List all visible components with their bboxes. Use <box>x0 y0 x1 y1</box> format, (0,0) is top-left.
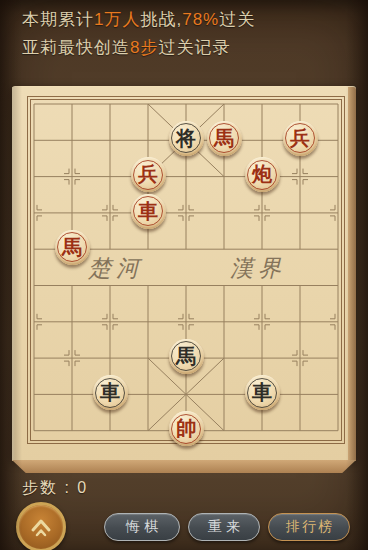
piece-character: 車 <box>245 375 280 409</box>
pieces-grid[interactable]: 将馬兵兵炮車馬馬車車帥 <box>15 86 357 449</box>
steps-value: 0 <box>77 479 88 496</box>
double-chevron-up-icon <box>26 512 56 542</box>
piece-character: 将 <box>169 121 204 155</box>
piece-character: 車 <box>131 194 166 228</box>
banner-text: 过关 <box>219 10 255 29</box>
piece-character: 馬 <box>207 121 242 155</box>
piece-character: 兵 <box>283 121 318 155</box>
action-button-row: 悔棋 重来 排行榜 <box>104 513 350 541</box>
banner-line-1: 本期累计1万人挑战,78%过关 <box>22 6 352 34</box>
piece-red-chariot[interactable]: 車 <box>131 194 166 229</box>
banner-text: 过关记录 <box>158 38 230 57</box>
piece-black-chariot[interactable]: 車 <box>245 375 280 410</box>
banner-highlight-count: 1万人 <box>94 10 140 29</box>
piece-red-soldier[interactable]: 兵 <box>131 157 166 192</box>
piece-black-general[interactable]: 将 <box>169 121 204 156</box>
banner-text: 亚莉最快创造 <box>22 38 130 57</box>
restart-button[interactable]: 重来 <box>188 513 260 541</box>
leaderboard-button[interactable]: 排行榜 <box>268 513 350 541</box>
piece-character: 車 <box>93 375 128 409</box>
challenge-banner: 本期累计1万人挑战,78%过关 亚莉最快创造8步过关记录 <box>22 6 352 62</box>
banner-text: 挑战, <box>140 10 182 29</box>
piece-red-general[interactable]: 帥 <box>169 411 204 446</box>
steps-label: 步数 <box>22 479 58 496</box>
piece-character: 帥 <box>169 411 204 445</box>
undo-button[interactable]: 悔棋 <box>104 513 180 541</box>
banner-highlight-steps: 8步 <box>130 38 158 57</box>
piece-red-soldier[interactable]: 兵 <box>283 121 318 156</box>
piece-black-horse[interactable]: 馬 <box>169 339 204 374</box>
xiangqi-board[interactable]: 楚河 漢界 将馬兵兵炮車馬馬車車帥 <box>12 86 356 461</box>
piece-character: 炮 <box>245 157 280 191</box>
expand-button[interactable] <box>16 502 66 550</box>
banner-highlight-percent: 78% <box>182 10 219 29</box>
piece-red-horse[interactable]: 馬 <box>207 121 242 156</box>
banner-line-2: 亚莉最快创造8步过关记录 <box>22 34 352 62</box>
piece-red-horse[interactable]: 馬 <box>55 230 90 265</box>
piece-character: 兵 <box>131 157 166 191</box>
steps-colon: : <box>58 479 77 496</box>
piece-red-cannon[interactable]: 炮 <box>245 157 280 192</box>
board-bottom-bevel <box>12 460 356 473</box>
steps-counter: 步数 : 0 <box>22 478 88 499</box>
piece-character: 馬 <box>169 339 204 373</box>
banner-text: 本期累计 <box>22 10 94 29</box>
app-root: 本期累计1万人挑战,78%过关 亚莉最快创造8步过关记录 楚河 漢界 将馬兵兵炮… <box>0 0 368 550</box>
piece-character: 馬 <box>55 230 90 264</box>
piece-black-chariot[interactable]: 車 <box>93 375 128 410</box>
